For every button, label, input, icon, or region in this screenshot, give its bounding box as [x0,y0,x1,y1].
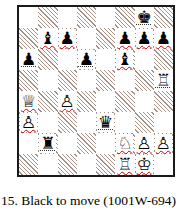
black-bishop-b7[interactable]: ♝ [39,29,56,48]
square-b5[interactable] [38,70,57,91]
white-queen-a4[interactable]: ♕ [20,92,37,111]
square-f5[interactable] [115,70,134,91]
square-e8[interactable] [96,7,115,28]
square-b4[interactable] [38,91,57,112]
square-a5[interactable] [19,70,38,91]
square-c1[interactable] [58,154,77,175]
square-a4[interactable]: ♕ [19,91,38,112]
black-pawn-g7[interactable]: ♟ [136,29,153,48]
square-g4[interactable] [135,91,154,112]
white-rook-h5[interactable]: ♖ [155,71,172,90]
black-king-g8[interactable]: ♚ [136,8,153,27]
black-rook-b2[interactable]: ♜ [39,134,56,153]
square-c5[interactable] [58,70,77,91]
square-a3[interactable]: ♙ [19,112,38,133]
square-e4[interactable] [96,91,115,112]
square-c8[interactable] [58,7,77,28]
square-h6[interactable] [154,49,173,70]
white-king-g1[interactable]: ♔ [136,155,153,174]
black-queen-e3[interactable]: ♛ [97,113,114,132]
white-rook-f1[interactable]: ♖ [116,155,133,174]
square-b1[interactable] [38,154,57,175]
square-c6[interactable] [58,49,77,70]
square-h1[interactable] [154,154,173,175]
square-g7[interactable]: ♟ [135,28,154,49]
square-h4[interactable] [154,91,173,112]
chess-board: ♚♝♟♟♟♟♟♟♝♖♕♙♙♛♜♘♙♙♖♔ [17,5,175,177]
square-c4[interactable]: ♙ [58,91,77,112]
square-h2[interactable]: ♙ [154,133,173,154]
square-d8[interactable] [77,7,96,28]
square-h3[interactable] [154,112,173,133]
square-d4[interactable] [77,91,96,112]
square-h5[interactable]: ♖ [154,70,173,91]
square-g3[interactable] [135,112,154,133]
square-g8[interactable]: ♚ [135,7,154,28]
square-e6[interactable] [96,49,115,70]
diagram-caption: 15. Black to move (1001W-694) [1,192,177,210]
black-pawn-a6[interactable]: ♟ [20,50,37,69]
black-bishop-f6[interactable]: ♝ [116,50,133,69]
square-d2[interactable] [77,133,96,154]
square-h8[interactable] [154,7,173,28]
square-a1[interactable] [19,154,38,175]
square-b6[interactable] [38,49,57,70]
square-f2[interactable]: ♘ [115,133,134,154]
square-d1[interactable] [77,154,96,175]
square-e5[interactable] [96,70,115,91]
square-c2[interactable] [58,133,77,154]
square-f3[interactable] [115,112,134,133]
square-b7[interactable]: ♝ [38,28,57,49]
white-pawn-a3[interactable]: ♙ [20,113,37,132]
white-pawn-h2[interactable]: ♙ [155,134,172,153]
square-b2[interactable]: ♜ [38,133,57,154]
black-pawn-d6[interactable]: ♟ [78,50,95,69]
square-g2[interactable]: ♙ [135,133,154,154]
square-e1[interactable] [96,154,115,175]
black-pawn-f7[interactable]: ♟ [116,29,133,48]
white-pawn-g2[interactable]: ♙ [136,134,153,153]
square-f4[interactable] [115,91,134,112]
square-c7[interactable]: ♟ [58,28,77,49]
square-f7[interactable]: ♟ [115,28,134,49]
square-d7[interactable] [77,28,96,49]
square-b8[interactable] [38,7,57,28]
square-c3[interactable] [58,112,77,133]
square-b3[interactable] [38,112,57,133]
square-d3[interactable] [77,112,96,133]
square-h7[interactable]: ♟ [154,28,173,49]
square-a7[interactable] [19,28,38,49]
square-a2[interactable] [19,133,38,154]
square-a8[interactable] [19,7,38,28]
square-a6[interactable]: ♟ [19,49,38,70]
square-d6[interactable]: ♟ [77,49,96,70]
square-g6[interactable] [135,49,154,70]
square-f1[interactable]: ♖ [115,154,134,175]
white-pawn-c4[interactable]: ♙ [59,92,76,111]
white-knight-f2[interactable]: ♘ [116,134,133,153]
square-f8[interactable] [115,7,134,28]
black-pawn-c7[interactable]: ♟ [59,29,76,48]
square-e7[interactable] [96,28,115,49]
square-e3[interactable]: ♛ [96,112,115,133]
square-d5[interactable] [77,70,96,91]
black-pawn-h7[interactable]: ♟ [155,29,172,48]
square-g5[interactable] [135,70,154,91]
square-g1[interactable]: ♔ [135,154,154,175]
square-f6[interactable]: ♝ [115,49,134,70]
square-e2[interactable] [96,133,115,154]
